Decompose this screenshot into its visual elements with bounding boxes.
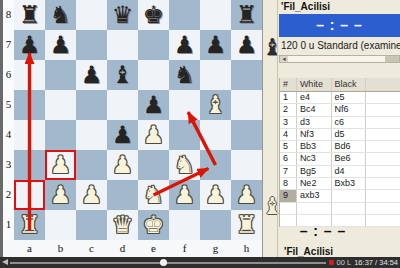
square-f8[interactable] xyxy=(169,0,200,30)
square-h5[interactable] xyxy=(231,90,262,120)
seek-info: 00 L 16:37 / 34:54 xyxy=(329,257,398,268)
square-e6[interactable] xyxy=(138,60,169,90)
piece-black-pawn-d4[interactable]: ♟ xyxy=(107,120,138,150)
game-info-panel: 'Fil_Acilisi – : – – ♝ 120 0 u Standard … xyxy=(263,0,400,257)
move-cell[interactable]: c6 xyxy=(332,117,367,128)
record-dot-icon xyxy=(329,260,334,265)
move-cell[interactable]: Nc3 xyxy=(297,153,332,164)
move-cell[interactable] xyxy=(366,203,400,214)
piece-black-bishop-d6[interactable]: ♝ xyxy=(107,60,138,90)
move-cell[interactable] xyxy=(332,203,367,214)
rank-label-8: 8 xyxy=(3,8,14,20)
square-d7[interactable] xyxy=(107,30,138,60)
rank-label-5: 5 xyxy=(3,98,14,110)
square-f5[interactable] xyxy=(169,90,200,120)
piece-white-bishop-g5[interactable]: ♝ xyxy=(200,90,231,120)
move-cell[interactable]: 2 xyxy=(280,104,297,115)
move-cell[interactable]: Bd6 xyxy=(332,141,367,152)
highlight-square-a2 xyxy=(14,180,45,210)
move-cell[interactable]: 4 xyxy=(280,129,297,140)
seek-marker-label: 00 L xyxy=(337,258,352,267)
move-cell[interactable]: e4 xyxy=(297,92,332,103)
square-h6[interactable] xyxy=(231,60,262,90)
player-name-bottom: 'Fil_Acilisi xyxy=(284,246,333,257)
move-cell[interactable]: Be6 xyxy=(332,153,367,164)
piece-white-knight-f3[interactable]: ♞ xyxy=(169,150,200,180)
file-label-g: g xyxy=(200,242,231,254)
move-cell[interactable]: axb3 xyxy=(297,190,332,201)
move-table-header-cell: # xyxy=(280,78,297,91)
square-f1[interactable] xyxy=(169,210,200,240)
square-b5[interactable] xyxy=(45,90,76,120)
file-label-f: f xyxy=(169,242,200,254)
square-h3[interactable] xyxy=(231,150,262,180)
move-cell[interactable]: d5 xyxy=(332,129,367,140)
move-row[interactable]: 9axb3 xyxy=(280,190,400,202)
piece-white-pawn-g2[interactable]: ♟ xyxy=(200,180,231,210)
scroll-left-button[interactable]: ◄ xyxy=(280,56,288,62)
move-cell[interactable]: Nf6 xyxy=(332,104,367,115)
piece-black-pawn-c6[interactable]: ♟ xyxy=(76,60,107,90)
square-e7[interactable] xyxy=(138,30,169,60)
piece-black-pawn-e5[interactable]: ♟ xyxy=(138,90,169,120)
square-g4[interactable] xyxy=(200,120,231,150)
move-cell[interactable]: 1 xyxy=(280,92,297,103)
rank-label-1: 1 xyxy=(3,218,14,230)
move-cell[interactable]: d3 xyxy=(297,117,332,128)
rank-label-6: 6 xyxy=(3,68,14,80)
move-cell[interactable] xyxy=(366,104,400,115)
move-cell[interactable]: Ne2 xyxy=(297,178,332,189)
square-b1[interactable] xyxy=(45,210,76,240)
move-cell[interactable] xyxy=(366,117,400,128)
move-row[interactable]: 7Bg5d4 xyxy=(280,166,400,178)
piece-white-queen-d1[interactable]: ♛ xyxy=(107,210,138,240)
piece-black-pawn-h7[interactable]: ♟ xyxy=(231,30,262,60)
square-d5[interactable] xyxy=(107,90,138,120)
square-a6[interactable] xyxy=(14,60,45,90)
move-row[interactable]: 2Bc4Nf6 xyxy=(280,104,400,116)
file-label-a: a xyxy=(14,242,45,254)
piece-white-rook-a1[interactable]: ♜ xyxy=(14,210,45,240)
piece-black-queen-d8[interactable]: ♛ xyxy=(107,0,138,30)
piece-white-pawn-h2[interactable]: ♟ xyxy=(231,180,262,210)
square-g3[interactable] xyxy=(200,150,231,180)
file-label-b: b xyxy=(45,242,76,254)
move-table-header-cell: White xyxy=(297,78,332,91)
move-cell[interactable] xyxy=(366,190,400,201)
piece-black-knight-b8[interactable]: ♞ xyxy=(45,0,76,30)
piece-white-pawn-d3[interactable]: ♟ xyxy=(107,150,138,180)
move-row[interactable]: 6Nc3Be6 xyxy=(280,153,400,165)
clock-bottom: – : – – xyxy=(283,220,363,242)
move-cell[interactable] xyxy=(332,190,367,201)
move-list-table[interactable]: #WhiteBlack1e4e52Bc4Nf63d3c64Nf3d55Bb3Bd… xyxy=(279,78,400,227)
move-cell[interactable]: 8 xyxy=(280,178,297,189)
seek-time: 16:37 / 34:54 xyxy=(354,258,398,267)
media-seek-bar[interactable]: 00 L 16:37 / 34:54 xyxy=(0,257,400,268)
square-a5[interactable] xyxy=(14,90,45,120)
piece-black-pawn-g7[interactable]: ♟ xyxy=(200,30,231,60)
square-b6[interactable] xyxy=(45,60,76,90)
move-cell[interactable]: Nf3 xyxy=(297,129,332,140)
move-cell[interactable]: 5 xyxy=(280,141,297,152)
move-cell[interactable]: d4 xyxy=(332,166,367,177)
clock-top: – : – – xyxy=(279,14,400,37)
move-cell[interactable]: 7 xyxy=(280,166,297,177)
panel-inner-divider xyxy=(277,0,278,257)
move-cell[interactable] xyxy=(366,129,400,140)
move-cell[interactable] xyxy=(366,178,400,189)
move-cell[interactable]: Bb3 xyxy=(297,141,332,152)
piece-black-knight-f6[interactable]: ♞ xyxy=(169,60,200,90)
rank-label-7: 7 xyxy=(3,38,14,50)
file-label-e: e xyxy=(138,242,169,254)
piece-black-rook-a8[interactable]: ♜ xyxy=(14,0,45,30)
move-table-header-cell xyxy=(366,78,400,91)
move-cell[interactable] xyxy=(366,215,400,226)
square-g1[interactable] xyxy=(200,210,231,240)
move-cell[interactable] xyxy=(366,153,400,164)
move-row[interactable]: 3d3c6 xyxy=(280,117,400,129)
piece-white-pawn-b2[interactable]: ♟ xyxy=(45,180,76,210)
move-cell[interactable]: Bc4 xyxy=(297,104,332,115)
move-cell[interactable]: 6 xyxy=(280,153,297,164)
square-f4[interactable] xyxy=(169,120,200,150)
piece-white-pawn-b3[interactable]: ♟ xyxy=(45,150,76,180)
move-row[interactable]: 4Nf3d5 xyxy=(280,129,400,141)
piece-white-pawn-e4[interactable]: ♟ xyxy=(138,120,169,150)
rank-label-2: 2 xyxy=(3,188,14,200)
move-row[interactable]: 8Ne2Bxb3 xyxy=(280,178,400,190)
square-d2[interactable] xyxy=(107,180,138,210)
square-b4[interactable] xyxy=(45,120,76,150)
move-cell[interactable] xyxy=(366,166,400,177)
piece-black-pawn-f7[interactable]: ♟ xyxy=(169,30,200,60)
move-row[interactable] xyxy=(280,203,400,215)
square-e3[interactable] xyxy=(138,150,169,180)
move-cell[interactable]: Bxb3 xyxy=(332,178,367,189)
move-cell[interactable] xyxy=(297,203,332,214)
square-a4[interactable] xyxy=(14,120,45,150)
piece-black-pawn-b7[interactable]: ♟ xyxy=(45,30,76,60)
seek-left-arrow-icon[interactable] xyxy=(2,259,8,265)
move-cell[interactable]: Bg5 xyxy=(297,166,332,177)
square-c7[interactable] xyxy=(76,30,107,60)
piece-black-pawn-a7[interactable]: ♟ xyxy=(14,30,45,60)
square-c4[interactable] xyxy=(76,120,107,150)
square-c3[interactable] xyxy=(76,150,107,180)
move-row[interactable]: 5Bb3Bd6 xyxy=(280,141,400,153)
seek-track[interactable] xyxy=(10,262,326,264)
chess-client-window: 87654321abcdefgh♜♞♛♚♜♟♟♟♟♟♟♝♞♟♝♟♟♟♟♞♟♟♞♟… xyxy=(0,0,400,268)
move-row[interactable]: 1e4e5 xyxy=(280,92,400,104)
piece-white-knight-e2[interactable]: ♞ xyxy=(138,180,169,210)
seek-playhead[interactable] xyxy=(160,259,167,266)
rank-label-3: 3 xyxy=(3,158,14,170)
square-c8[interactable] xyxy=(76,0,107,30)
file-label-c: c xyxy=(76,242,107,254)
piece-white-king-e1[interactable]: ♚ xyxy=(138,210,169,240)
game-info-line: 120 0 u Standard (examine xyxy=(281,40,400,51)
scrollbar-thumb[interactable] xyxy=(385,56,399,62)
rank-label-4: 4 xyxy=(3,128,14,140)
file-label-h: h xyxy=(231,242,262,254)
move-cell[interactable] xyxy=(366,141,400,152)
move-cell[interactable] xyxy=(366,92,400,103)
piece-white-rook-h1[interactable]: ♜ xyxy=(231,210,262,240)
info-scrollbar[interactable]: ◄ xyxy=(279,55,400,63)
move-cell[interactable]: e5 xyxy=(332,92,367,103)
piece-white-pawn-f2[interactable]: ♟ xyxy=(169,180,200,210)
move-table-header: #WhiteBlack xyxy=(280,78,400,92)
square-c1[interactable] xyxy=(76,210,107,240)
piece-black-rook-h8[interactable]: ♜ xyxy=(231,0,262,30)
piece-black-king-e8[interactable]: ♚ xyxy=(138,0,169,30)
square-h4[interactable] xyxy=(231,120,262,150)
square-c5[interactable] xyxy=(76,90,107,120)
square-g8[interactable] xyxy=(200,0,231,30)
piece-white-pawn-c2[interactable]: ♟ xyxy=(76,180,107,210)
square-g6[interactable] xyxy=(200,60,231,90)
file-label-d: d xyxy=(107,242,138,254)
player-name-top: 'Fil_Acilisi xyxy=(281,1,330,12)
white-piece-icon: ♝ xyxy=(259,193,285,220)
move-table-header-cell: Black xyxy=(332,78,367,91)
move-cell[interactable]: 3 xyxy=(280,117,297,128)
square-a3[interactable] xyxy=(14,150,45,180)
